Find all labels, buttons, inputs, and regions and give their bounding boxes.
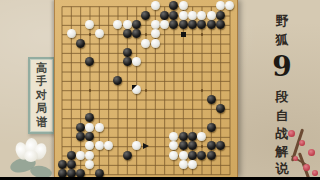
page-background: 高手对局谱 野狐9段自战解说 <box>0 0 320 180</box>
white-stone <box>179 11 188 20</box>
black-stone <box>188 151 197 160</box>
white-stone <box>151 20 160 29</box>
plaque-character: 对 <box>36 88 47 102</box>
black-stone <box>207 95 216 104</box>
plaque-character: 手 <box>36 75 47 89</box>
black-stone <box>76 123 85 132</box>
caption-character: 野 <box>270 12 294 30</box>
caption-character: 段 <box>270 88 294 106</box>
caption-character: 解 <box>270 143 294 161</box>
last-move-marker <box>132 85 137 90</box>
black-stone <box>123 151 132 160</box>
white-stone <box>95 123 104 132</box>
black-stone <box>67 151 76 160</box>
black-stone <box>216 11 225 20</box>
square-marker <box>181 32 186 37</box>
black-stone <box>67 160 76 169</box>
black-stone <box>76 39 85 48</box>
black-stone <box>179 20 188 29</box>
white-stone <box>123 20 132 29</box>
black-stone <box>123 48 132 57</box>
calligraphy-plaque: 高手对局谱 <box>28 57 55 134</box>
black-stone <box>58 160 67 169</box>
plaque-character: 谱 <box>36 115 47 129</box>
blossom <box>303 164 310 171</box>
plaque-character: 高 <box>36 61 47 75</box>
black-stone <box>179 132 188 141</box>
white-stone <box>188 11 197 20</box>
caption-character: 自 <box>270 107 294 125</box>
white-stone <box>179 160 188 169</box>
white-stone <box>151 39 160 48</box>
go-board <box>54 0 238 177</box>
blossom <box>299 140 305 146</box>
black-stone <box>207 20 216 29</box>
caption-character: 战 <box>270 125 294 143</box>
white-stone <box>179 151 188 160</box>
rank-number: 9 <box>270 50 294 83</box>
caption-character: 狐 <box>270 31 294 49</box>
plaque-character: 局 <box>36 102 47 116</box>
black-stone <box>207 123 216 132</box>
lotus-petal <box>24 150 38 162</box>
caption-character: 说 <box>270 160 294 178</box>
black-stone <box>160 11 169 20</box>
blossom <box>308 149 315 156</box>
blossom <box>312 170 318 176</box>
black-stone <box>207 151 216 160</box>
white-stone <box>207 11 216 20</box>
triangle-marker <box>143 143 149 149</box>
white-stone <box>76 151 85 160</box>
